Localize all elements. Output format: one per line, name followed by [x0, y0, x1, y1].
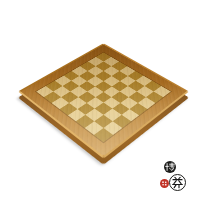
logo-bo-circle-icon [164, 161, 176, 173]
board-grid [35, 52, 172, 144]
seal-marks-icon [160, 179, 169, 188]
logo-yi-circle-icon [169, 174, 186, 191]
product-photo [0, 0, 200, 200]
board-top-face [18, 43, 189, 158]
bo-character-icon [164, 161, 176, 173]
logo-red-seal-icon [160, 179, 169, 188]
chessboard [43, 31, 164, 152]
yi-character-icon [170, 175, 185, 190]
